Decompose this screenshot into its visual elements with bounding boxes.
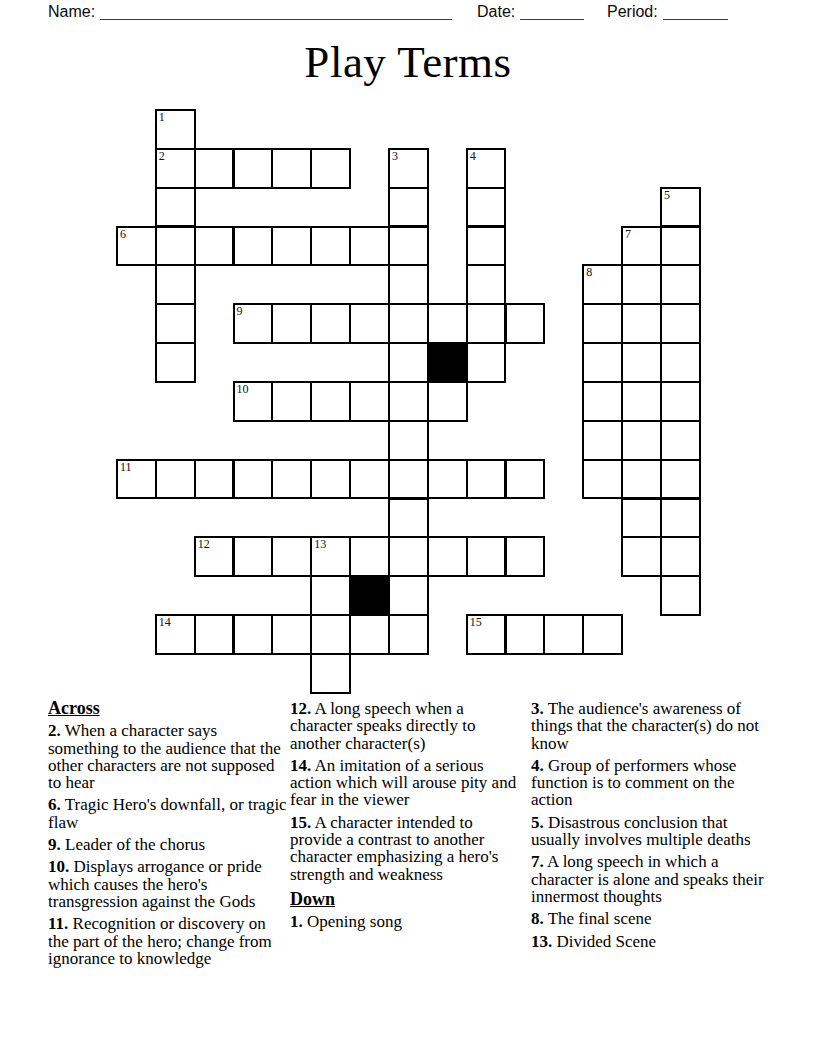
cell-r11c7[interactable] (388, 536, 429, 577)
clue-column-2: 12. A long speech when a character speak… (290, 700, 522, 936)
cell-r13c2[interactable] (194, 614, 235, 655)
cell-r11c5[interactable]: 13 (310, 536, 351, 577)
cell-r4c14[interactable] (660, 264, 701, 305)
cell-r3c4[interactable] (271, 226, 312, 267)
cell-r4c7[interactable] (388, 264, 429, 305)
date-blank-line[interactable] (520, 4, 584, 20)
clue-heading-down: Down (290, 891, 522, 908)
cell-r13c1[interactable]: 14 (155, 614, 196, 655)
cell-r12c7[interactable] (388, 575, 429, 616)
cell-r11c3[interactable] (233, 536, 274, 577)
clue-across-14: 14. An imitation of a serious action whi… (290, 757, 522, 809)
cell-r7c7[interactable] (388, 381, 429, 422)
cell-number-3: 3 (392, 150, 398, 163)
period-label: Period: (607, 3, 658, 20)
cell-r5c14[interactable] (660, 303, 701, 344)
cell-r6c13[interactable] (621, 342, 662, 383)
cell-r6c7[interactable] (388, 342, 429, 383)
cell-number-11: 11 (120, 461, 132, 474)
cell-r13c9[interactable]: 15 (466, 614, 507, 655)
cell-r3c7[interactable] (388, 226, 429, 267)
cell-r7c14[interactable] (660, 381, 701, 422)
cell-r13c12[interactable] (582, 614, 623, 655)
cell-r1c1[interactable]: 2 (155, 148, 196, 189)
cell-r5c1[interactable] (155, 303, 196, 344)
cell-r11c13[interactable] (621, 536, 662, 577)
cell-r2c7[interactable] (388, 187, 429, 228)
cell-r3c2[interactable] (194, 226, 235, 267)
cell-r13c7[interactable] (388, 614, 429, 655)
cell-r5c3[interactable]: 9 (233, 303, 274, 344)
cell-r9c5[interactable] (310, 459, 351, 500)
cell-r9c13[interactable] (621, 459, 662, 500)
clue-across-12: 12. A long speech when a character speak… (290, 700, 522, 752)
cell-r1c5[interactable] (310, 148, 351, 189)
period-blank-line[interactable] (663, 4, 728, 20)
clue-across-15: 15. A character intended to provide a co… (290, 814, 522, 883)
cell-r11c14[interactable] (660, 536, 701, 577)
cell-r4c12[interactable]: 8 (582, 264, 623, 305)
cell-r7c12[interactable] (582, 381, 623, 422)
cell-r7c13[interactable] (621, 381, 662, 422)
cell-r10c13[interactable] (621, 498, 662, 539)
crossword-grid: 123456789101112131415 (117, 110, 701, 694)
clue-across-10: 10. Displays arrogance or pride which ca… (48, 858, 288, 910)
cell-r3c9[interactable] (466, 226, 507, 267)
cell-r12c14[interactable] (660, 575, 701, 616)
cell-r1c3[interactable] (233, 148, 274, 189)
cell-r7c8[interactable] (427, 381, 468, 422)
cell-r4c9[interactable] (466, 264, 507, 305)
name-label: Name: (48, 3, 95, 20)
date-field: Date: (477, 1, 584, 21)
clue-down-7: 7. A long speech in which a character is… (531, 853, 776, 905)
cell-r9c7[interactable] (388, 459, 429, 500)
date-label: Date: (477, 3, 515, 20)
clue-column-1: Across2. When a character says something… (48, 700, 288, 972)
clue-down-3: 3. The audience's awareness of things th… (531, 700, 776, 752)
cell-r13c10[interactable] (505, 614, 546, 655)
cell-number-15: 15 (470, 616, 482, 629)
cell-r14c5[interactable] (310, 653, 351, 694)
cell-r1c9[interactable]: 4 (466, 148, 507, 189)
cell-r4c13[interactable] (621, 264, 662, 305)
cell-r5c10[interactable] (505, 303, 546, 344)
cell-r10c14[interactable] (660, 498, 701, 539)
cell-r1c4[interactable] (271, 148, 312, 189)
black-cell-r12c6 (349, 575, 390, 616)
cell-r2c9[interactable] (466, 187, 507, 228)
clue-across-9: 9. Leader of the chorus (48, 836, 288, 853)
cell-r13c5[interactable] (310, 614, 351, 655)
cell-r5c5[interactable] (310, 303, 351, 344)
cell-r8c14[interactable] (660, 420, 701, 461)
cell-number-5: 5 (664, 189, 670, 202)
cell-r3c0[interactable]: 6 (116, 226, 157, 267)
cell-r3c5[interactable] (310, 226, 351, 267)
cell-r6c9[interactable] (466, 342, 507, 383)
puzzle-title: Play Terms (0, 36, 816, 88)
clue-across-2: 2. When a character says something to th… (48, 722, 288, 791)
cell-r10c7[interactable] (388, 498, 429, 539)
cell-r3c13[interactable]: 7 (621, 226, 662, 267)
cell-r13c11[interactable] (543, 614, 584, 655)
cell-number-1: 1 (159, 111, 165, 124)
cell-r9c1[interactable] (155, 459, 196, 500)
cell-r3c6[interactable] (349, 226, 390, 267)
cell-number-7: 7 (625, 228, 631, 241)
clue-down-1: 1. Opening song (290, 913, 522, 930)
cell-r11c8[interactable] (427, 536, 468, 577)
cell-r9c10[interactable] (505, 459, 546, 500)
clue-heading-across: Across (48, 700, 288, 717)
clue-across-11: 11. Recognition or discovery on the part… (48, 915, 288, 967)
cell-r5c9[interactable] (466, 303, 507, 344)
cell-r6c1[interactable] (155, 342, 196, 383)
cell-r6c14[interactable] (660, 342, 701, 383)
cell-number-9: 9 (237, 305, 243, 318)
cell-r13c6[interactable] (349, 614, 390, 655)
cell-r9c12[interactable] (582, 459, 623, 500)
cell-number-8: 8 (586, 266, 592, 279)
cell-r8c13[interactable] (621, 420, 662, 461)
cell-r9c9[interactable] (466, 459, 507, 500)
cell-r9c3[interactable] (233, 459, 274, 500)
cell-r11c2[interactable]: 12 (194, 536, 235, 577)
cell-r9c4[interactable] (271, 459, 312, 500)
worksheet-page: Name: Date: Period: Play Terms 123456789… (0, 0, 816, 1056)
cell-r13c3[interactable] (233, 614, 274, 655)
cell-r12c5[interactable] (310, 575, 351, 616)
clue-down-4: 4. Group of performers whose function is… (531, 757, 776, 809)
cell-r9c8[interactable] (427, 459, 468, 500)
cell-number-6: 6 (120, 228, 126, 241)
name-field: Name: (48, 1, 452, 21)
cell-r1c7[interactable]: 3 (388, 148, 429, 189)
cell-r5c6[interactable] (349, 303, 390, 344)
cell-r4c1[interactable] (155, 264, 196, 305)
cell-r11c4[interactable] (271, 536, 312, 577)
cell-r7c4[interactable] (271, 381, 312, 422)
clue-column-3: 3. The audience's awareness of things th… (531, 700, 776, 955)
cell-r0c1[interactable]: 1 (155, 109, 196, 150)
clue-down-5: 5. Disastrous conclusion that usually in… (531, 814, 776, 849)
cell-number-13: 13 (314, 538, 326, 551)
cell-r3c1[interactable] (155, 226, 196, 267)
cell-r2c14[interactable]: 5 (660, 187, 701, 228)
cell-r9c6[interactable] (349, 459, 390, 500)
cell-r5c13[interactable] (621, 303, 662, 344)
black-cell-r6c8 (427, 342, 468, 383)
cell-r3c14[interactable] (660, 226, 701, 267)
cell-number-14: 14 (159, 616, 171, 629)
cell-r11c10[interactable] (505, 536, 546, 577)
cell-r3c3[interactable] (233, 226, 274, 267)
cell-r5c4[interactable] (271, 303, 312, 344)
cell-r7c3[interactable]: 10 (233, 381, 274, 422)
cell-r11c9[interactable] (466, 536, 507, 577)
period-field: Period: (607, 1, 728, 21)
cell-number-2: 2 (159, 150, 165, 163)
cell-r9c14[interactable] (660, 459, 701, 500)
cell-r1c2[interactable] (194, 148, 235, 189)
cell-number-10: 10 (237, 383, 249, 396)
clue-down-13: 13. Divided Scene (531, 933, 776, 950)
cell-r7c6[interactable] (349, 381, 390, 422)
cell-r9c2[interactable] (194, 459, 235, 500)
cell-r8c12[interactable] (582, 420, 623, 461)
cell-r6c12[interactable] (582, 342, 623, 383)
cell-r5c7[interactable] (388, 303, 429, 344)
cell-r2c1[interactable] (155, 187, 196, 228)
cell-number-12: 12 (198, 538, 210, 551)
name-blank-line[interactable] (100, 4, 452, 20)
cell-r5c8[interactable] (427, 303, 468, 344)
clue-across-6: 6. Tragic Hero's downfall, or tragic fla… (48, 796, 288, 831)
cell-r13c4[interactable] (271, 614, 312, 655)
cell-number-4: 4 (470, 150, 476, 163)
cell-r11c6[interactable] (349, 536, 390, 577)
cell-r7c5[interactable] (310, 381, 351, 422)
clue-down-8: 8. The final scene (531, 910, 776, 927)
cell-r9c0[interactable]: 11 (116, 459, 157, 500)
cell-r5c12[interactable] (582, 303, 623, 344)
cell-r8c7[interactable] (388, 420, 429, 461)
